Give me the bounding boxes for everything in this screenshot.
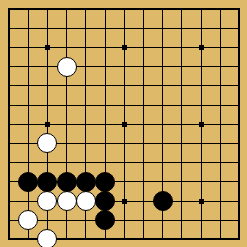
white-stone <box>37 133 57 153</box>
grid-line <box>181 8 182 240</box>
grid-line <box>143 8 144 240</box>
black-stone <box>18 172 38 192</box>
go-board-diagram <box>0 0 247 247</box>
grid-line <box>8 220 240 221</box>
star-point <box>122 199 127 204</box>
go-board[interactable] <box>0 0 247 247</box>
grid-line <box>220 8 221 240</box>
white-stone <box>57 191 77 211</box>
black-stone <box>95 172 115 192</box>
black-stone <box>153 191 173 211</box>
grid-line <box>238 8 240 240</box>
star-point <box>199 45 204 50</box>
white-stone <box>37 191 57 211</box>
black-stone <box>37 172 57 192</box>
white-stone <box>57 57 77 77</box>
star-point <box>122 45 127 50</box>
star-point <box>199 199 204 204</box>
star-point <box>45 45 50 50</box>
grid-line <box>8 162 240 163</box>
white-stone <box>37 229 57 247</box>
star-point <box>199 122 204 127</box>
star-point <box>122 122 127 127</box>
black-stone <box>95 191 115 211</box>
black-stone <box>95 210 115 230</box>
star-point <box>45 122 50 127</box>
white-stone <box>76 191 96 211</box>
white-stone <box>18 210 38 230</box>
black-stone <box>57 172 77 192</box>
black-stone <box>76 172 96 192</box>
